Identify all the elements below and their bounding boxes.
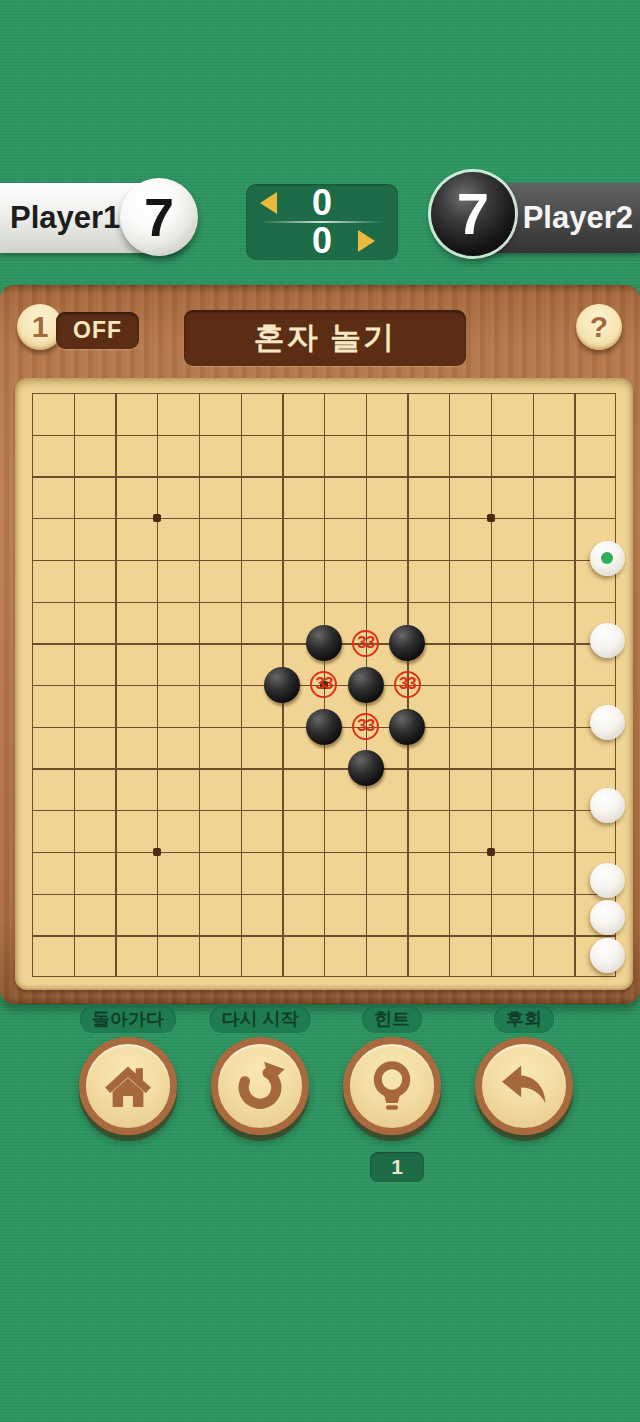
help-button[interactable]: ? [576,304,622,350]
white-tray-stone[interactable] [590,900,625,935]
restart-button[interactable] [211,1037,309,1135]
white-tray-stone[interactable] [590,623,625,658]
white-tray-stone[interactable] [590,705,625,740]
player2-name: Player2 [523,183,633,253]
game-screen: Player1 7 0 0 Player2 7 1 OFF 혼자 놀기 ? 33… [0,0,640,1422]
white-tray-stone[interactable] [590,541,625,576]
mode-title-box: 혼자 놀기 [184,310,466,366]
forbidden-33-marker: 33 [352,630,379,657]
star-point [153,514,161,522]
toggle-off-label: OFF [73,317,122,343]
hint-button-label: 힌트 [362,1006,422,1033]
star-point [153,848,161,856]
white-tray-stone[interactable] [590,863,625,898]
restart-icon [232,1058,288,1114]
home-button[interactable] [79,1037,177,1135]
move-number-toggle-label: 1 [32,310,49,343]
home-icon [100,1058,156,1114]
score-player2: 0 [246,222,398,260]
player1-stone-ball: 7 [120,178,198,256]
hint-button[interactable] [343,1037,441,1135]
black-stone[interactable] [306,625,342,661]
score-next-arrow-icon[interactable] [358,230,375,252]
player2-stone-count: 7 [457,181,489,246]
black-stone[interactable] [389,709,425,745]
black-stone[interactable] [264,667,300,703]
back-button-label: 돌아가다 [80,1006,176,1033]
player2-stone-ball-active: 7 [431,172,515,256]
black-stone[interactable] [306,709,342,745]
restart-button-label: 다시 시작 [209,1006,310,1033]
toggle-off-box[interactable]: OFF [56,312,139,349]
hint-bulb-icon [364,1058,420,1114]
black-stone[interactable] [348,667,384,703]
white-tray-stone[interactable] [590,938,625,973]
goban-board[interactable]: 33333333 [15,378,633,990]
tray-stone-green-dot [601,552,613,564]
score-box: 0 0 [246,184,398,260]
star-point [487,848,495,856]
black-stone[interactable] [348,750,384,786]
score-player1: 0 [246,184,398,222]
board-frame: 1 OFF 혼자 놀기 ? 33333333 [0,285,640,1004]
player1-stone-count: 7 [144,187,174,247]
help-question-icon: ? [590,310,608,343]
star-point [487,514,495,522]
mode-title: 혼자 놀기 [254,320,397,355]
undo-button[interactable] [475,1037,573,1135]
undo-icon [496,1058,552,1114]
hint-count-badge: 1 [370,1152,424,1182]
player1-name: Player1 [10,183,120,253]
undo-button-label: 후회 [494,1006,554,1033]
white-tray-stone[interactable] [590,788,625,823]
